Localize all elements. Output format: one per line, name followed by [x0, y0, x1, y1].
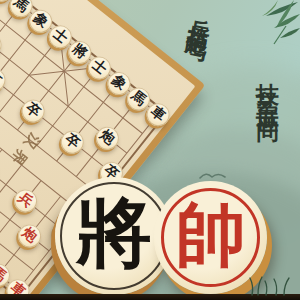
black-general-glyph: 將: [76, 183, 152, 286]
red-marshal-glyph: 帥: [176, 189, 246, 283]
splash-scene: 楚河 汉界 車馬象士將士象馬車炮炮卒卒卒卒卒兵兵兵兵兵炮炮車馬相仕帥仕相馬車 兵…: [0, 0, 300, 300]
bamboo-icon: [228, 0, 300, 62]
slogan-line-2: 技艺盖世间: [252, 64, 283, 109]
slogan-line-1: 兵挺炮鸣: [185, 0, 220, 32]
grass-icon: [246, 274, 294, 296]
